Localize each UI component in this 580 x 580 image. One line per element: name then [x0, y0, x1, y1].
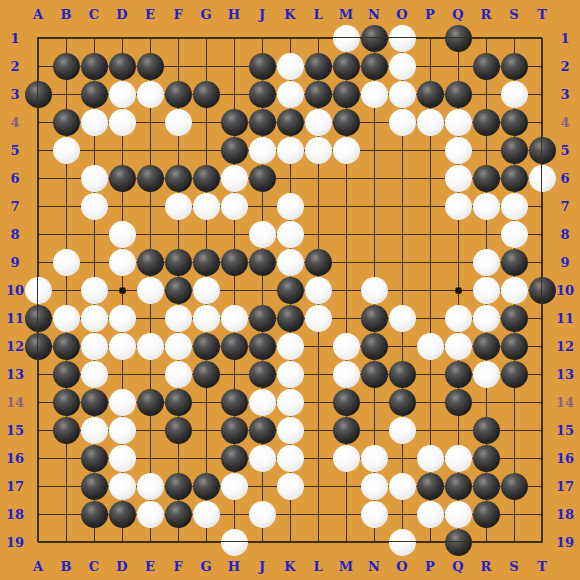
go-board-diagram: AABBCCDDEEFFGGHHJJKKLLMMNNOOPPQQRRSSTT11…: [0, 0, 580, 580]
row-label-left-3: 3: [10, 87, 19, 102]
row-label-right-8: 8: [560, 227, 569, 242]
row-label-left-2: 2: [10, 59, 19, 74]
row-label-right-17: 17: [556, 479, 574, 494]
col-label-bottom-O: O: [396, 559, 407, 574]
col-label-bottom-F: F: [173, 559, 182, 574]
row-label-right-11: 11: [556, 311, 574, 326]
row-label-left-1: 1: [10, 31, 19, 46]
row-label-right-10: 10: [556, 283, 574, 298]
row-label-left-6: 6: [10, 171, 19, 186]
col-label-bottom-E: E: [145, 559, 155, 574]
col-label-top-L: L: [313, 7, 322, 22]
col-label-top-R: R: [481, 7, 492, 22]
row-label-left-10: 10: [6, 283, 24, 298]
row-label-left-16: 16: [6, 451, 24, 466]
col-label-bottom-M: M: [339, 559, 353, 574]
col-label-bottom-K: K: [284, 559, 295, 574]
row-label-right-4: 4: [560, 115, 569, 130]
board-edge: [37, 37, 542, 542]
row-label-right-19: 19: [556, 535, 574, 550]
col-label-top-N: N: [368, 7, 380, 22]
row-label-left-18: 18: [6, 507, 24, 522]
col-label-bottom-G: G: [200, 559, 211, 574]
row-label-left-13: 13: [6, 367, 24, 382]
col-label-bottom-P: P: [425, 559, 435, 574]
row-label-right-9: 9: [560, 255, 569, 270]
col-label-top-M: M: [339, 7, 353, 22]
col-label-top-B: B: [61, 7, 72, 22]
col-label-bottom-R: R: [481, 559, 492, 574]
col-label-bottom-N: N: [368, 559, 380, 574]
row-label-right-7: 7: [560, 199, 569, 214]
col-label-bottom-A: A: [33, 559, 43, 574]
col-label-top-G: G: [200, 7, 211, 22]
row-label-right-16: 16: [556, 451, 574, 466]
col-label-top-O: O: [396, 7, 407, 22]
row-label-right-5: 5: [560, 143, 569, 158]
col-label-top-T: T: [537, 7, 547, 22]
col-label-bottom-D: D: [116, 559, 127, 574]
col-label-top-D: D: [116, 7, 127, 22]
row-label-right-6: 6: [560, 171, 569, 186]
col-label-bottom-B: B: [61, 559, 72, 574]
row-label-left-4: 4: [10, 115, 19, 130]
row-label-right-18: 18: [556, 507, 574, 522]
col-label-bottom-J: J: [259, 559, 265, 574]
row-label-right-1: 1: [560, 31, 569, 46]
col-label-bottom-L: L: [313, 559, 322, 574]
col-label-bottom-C: C: [89, 559, 99, 574]
col-label-bottom-Q: Q: [452, 559, 463, 574]
col-label-bottom-H: H: [228, 559, 240, 574]
row-label-right-2: 2: [560, 59, 569, 74]
col-label-top-S: S: [509, 7, 518, 22]
col-label-bottom-T: T: [537, 559, 547, 574]
col-label-top-P: P: [425, 7, 435, 22]
row-label-right-13: 13: [556, 367, 574, 382]
col-label-top-F: F: [173, 7, 182, 22]
col-label-top-Q: Q: [452, 7, 463, 22]
row-label-left-15: 15: [6, 423, 24, 438]
col-label-top-C: C: [89, 7, 99, 22]
row-label-left-12: 12: [6, 339, 24, 354]
col-label-top-H: H: [228, 7, 240, 22]
row-label-right-12: 12: [556, 339, 574, 354]
row-label-left-14: 14: [6, 395, 24, 410]
row-label-left-9: 9: [10, 255, 19, 270]
col-label-top-A: A: [33, 7, 43, 22]
row-label-right-15: 15: [556, 423, 574, 438]
row-label-left-7: 7: [10, 199, 19, 214]
row-label-right-14: 14: [556, 395, 574, 410]
row-label-left-19: 19: [6, 535, 24, 550]
row-label-left-17: 17: [6, 479, 24, 494]
row-label-left-8: 8: [10, 227, 19, 242]
row-label-left-5: 5: [10, 143, 19, 158]
col-label-top-E: E: [145, 7, 155, 22]
col-label-bottom-S: S: [509, 559, 518, 574]
col-label-top-K: K: [284, 7, 295, 22]
row-label-left-11: 11: [6, 311, 24, 326]
row-label-right-3: 3: [560, 87, 569, 102]
col-label-top-J: J: [259, 7, 265, 22]
